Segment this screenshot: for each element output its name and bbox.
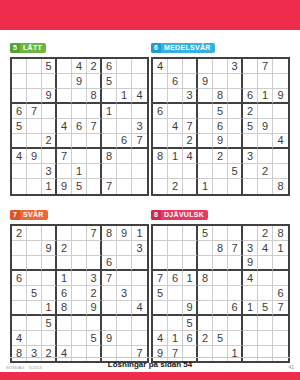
sudoku-cell-r5c1[interactable]: 5 — [153, 286, 168, 301]
sudoku-cell-r2c8[interactable] — [117, 241, 132, 256]
sudoku-cell-r8c8[interactable] — [117, 331, 132, 346]
sudoku-cell-r6c6[interactable]: 6 — [228, 301, 243, 316]
sudoku-cell-r9c2[interactable]: 3 — [27, 346, 42, 361]
sudoku-cell-r7c2[interactable] — [168, 316, 183, 331]
sudoku-cell-r5c4[interactable]: 4 — [57, 119, 72, 134]
sudoku-cell-r9c5[interactable] — [213, 179, 228, 194]
sudoku-cell-r1c2[interactable] — [168, 59, 183, 74]
sudoku-cell-r1c1[interactable] — [153, 226, 168, 241]
sudoku-cell-r4c8[interactable] — [258, 271, 273, 286]
sudoku-cell-r1c6[interactable] — [228, 226, 243, 241]
sudoku-cell-r6c8[interactable] — [258, 134, 273, 149]
sudoku-cell-r8c1[interactable] — [153, 164, 168, 179]
sudoku-cell-r2c9[interactable]: 3 — [132, 241, 147, 256]
sudoku-cell-r4c1[interactable]: 6 — [12, 104, 27, 119]
sudoku-cell-r3c9[interactable] — [273, 256, 288, 271]
sudoku-cell-r3c4[interactable] — [198, 89, 213, 104]
sudoku-cell-r2c2[interactable] — [168, 241, 183, 256]
sudoku-cell-r1c4[interactable] — [57, 226, 72, 241]
sudoku-cell-r5c7[interactable] — [243, 286, 258, 301]
sudoku-cell-r5c3[interactable]: 7 — [183, 119, 198, 134]
sudoku-cell-r6c2[interactable] — [168, 301, 183, 316]
sudoku-cell-r9c1[interactable]: 8 — [12, 346, 27, 361]
sudoku-cell-r8c5[interactable]: 1 — [72, 164, 87, 179]
sudoku-cell-r8c6[interactable] — [228, 331, 243, 346]
sudoku-cell-r4c6[interactable] — [228, 104, 243, 119]
sudoku-cell-r4c1[interactable]: 7 — [153, 271, 168, 286]
sudoku-cell-r7c1[interactable] — [12, 316, 27, 331]
sudoku-cell-r6c4[interactable] — [57, 134, 72, 149]
sudoku-cell-r6c1[interactable] — [153, 301, 168, 316]
sudoku-cell-r1c9[interactable]: 1 — [132, 226, 147, 241]
sudoku-cell-r4c9[interactable] — [132, 104, 147, 119]
sudoku-cell-r7c2[interactable]: 9 — [27, 149, 42, 164]
sudoku-cell-r6c9[interactable]: 7 — [273, 301, 288, 316]
sudoku-cell-r3c9[interactable]: 4 — [132, 89, 147, 104]
sudoku-cell-r6c9[interactable]: 4 — [132, 301, 147, 316]
sudoku-cell-r5c3[interactable] — [42, 119, 57, 134]
sudoku-cell-r5c7[interactable] — [102, 286, 117, 301]
sudoku-cell-r4c4[interactable]: 1 — [57, 271, 72, 286]
sudoku-cell-r5c1[interactable] — [153, 119, 168, 134]
sudoku-cell-r2c5[interactable]: 9 — [72, 74, 87, 89]
sudoku-cell-r5c9[interactable]: 6 — [273, 286, 288, 301]
sudoku-cell-r1c9[interactable] — [132, 59, 147, 74]
sudoku-cell-r7c6[interactable] — [87, 149, 102, 164]
sudoku-cell-r5c6[interactable]: 2 — [87, 286, 102, 301]
sudoku-cell-r5c1[interactable] — [12, 286, 27, 301]
sudoku-cell-r4c9[interactable] — [273, 104, 288, 119]
sudoku-cell-r4c2[interactable]: 6 — [168, 271, 183, 286]
sudoku-cell-r6c5[interactable] — [213, 301, 228, 316]
sudoku-cell-r4c3[interactable] — [183, 104, 198, 119]
sudoku-cell-r7c1[interactable]: 8 — [153, 149, 168, 164]
sudoku-cell-r6c4[interactable] — [198, 134, 213, 149]
sudoku-cell-r6c5[interactable] — [72, 301, 87, 316]
sudoku-cell-r2c8[interactable]: 4 — [258, 241, 273, 256]
sudoku-cell-r7c1[interactable]: 4 — [12, 149, 27, 164]
sudoku-cell-r8c1[interactable]: 4 — [153, 331, 168, 346]
sudoku-cell-r3c2[interactable] — [27, 256, 42, 271]
sudoku-cell-r8c3[interactable] — [183, 164, 198, 179]
sudoku-cell-r5c3[interactable] — [183, 286, 198, 301]
sudoku-cell-r8c3[interactable]: 3 — [42, 164, 57, 179]
sudoku-cell-r9c1[interactable] — [12, 179, 27, 194]
sudoku-cell-r8c9[interactable] — [273, 164, 288, 179]
sudoku-cell-r1c2[interactable] — [27, 226, 42, 241]
sudoku-cell-r8c2[interactable] — [168, 164, 183, 179]
sudoku-cell-r8c5[interactable] — [72, 331, 87, 346]
sudoku-cell-r3c1[interactable] — [12, 89, 27, 104]
sudoku-cell-r8c8[interactable] — [117, 164, 132, 179]
sudoku-cell-r2c6[interactable]: 7 — [228, 241, 243, 256]
sudoku-cell-r9c8[interactable] — [117, 346, 132, 361]
sudoku-cell-r2c4[interactable] — [57, 74, 72, 89]
sudoku-cell-r2c3[interactable] — [42, 74, 57, 89]
sudoku-cell-r6c6[interactable] — [228, 134, 243, 149]
sudoku-cell-r7c4[interactable]: 7 — [57, 149, 72, 164]
sudoku-cell-r6c2[interactable] — [168, 134, 183, 149]
sudoku-cell-r1c8[interactable]: 9 — [117, 226, 132, 241]
sudoku-cell-r3c3[interactable]: 9 — [42, 89, 57, 104]
sudoku-cell-r3c4[interactable] — [57, 256, 72, 271]
sudoku-cell-r5c5[interactable]: 6 — [72, 119, 87, 134]
sudoku-cell-r1c7[interactable] — [243, 226, 258, 241]
sudoku-cell-r6c3[interactable]: 2 — [42, 134, 57, 149]
sudoku-cell-r9c8[interactable] — [117, 179, 132, 194]
sudoku-cell-r5c1[interactable]: 5 — [12, 119, 27, 134]
sudoku-cell-r4c8[interactable] — [117, 104, 132, 119]
sudoku-cell-r3c8[interactable] — [258, 256, 273, 271]
sudoku-cell-r2c1[interactable] — [153, 241, 168, 256]
sudoku-cell-r8c5[interactable] — [213, 164, 228, 179]
sudoku-cell-r1c5[interactable]: 4 — [72, 59, 87, 74]
sudoku-cell-r5c2[interactable]: 5 — [27, 286, 42, 301]
sudoku-cell-r7c5[interactable] — [72, 316, 87, 331]
sudoku-cell-r7c7[interactable]: 8 — [102, 149, 117, 164]
sudoku-cell-r2c2[interactable]: 6 — [168, 74, 183, 89]
sudoku-cell-r3c5[interactable] — [72, 256, 87, 271]
sudoku-cell-r9c4[interactable]: 1 — [198, 179, 213, 194]
sudoku-cell-r9c9[interactable] — [132, 179, 147, 194]
sudoku-cell-r1c5[interactable] — [72, 226, 87, 241]
sudoku-cell-r9c5[interactable] — [72, 346, 87, 361]
sudoku-cell-r5c8[interactable]: 3 — [117, 286, 132, 301]
sudoku-cell-r6c6[interactable] — [87, 134, 102, 149]
sudoku-cell-r4c2[interactable]: 7 — [27, 104, 42, 119]
sudoku-cell-r4c3[interactable]: 1 — [183, 271, 198, 286]
sudoku-cell-r1c7[interactable] — [243, 59, 258, 74]
sudoku-cell-r5c5[interactable] — [213, 286, 228, 301]
sudoku-cell-r5c6[interactable] — [228, 119, 243, 134]
sudoku-cell-r9c2[interactable] — [27, 179, 42, 194]
sudoku-cell-r1c3[interactable]: 5 — [42, 59, 57, 74]
sudoku-cell-r3c1[interactable] — [153, 89, 168, 104]
sudoku-cell-r8c4[interactable] — [57, 164, 72, 179]
sudoku-cell-r2c2[interactable] — [27, 74, 42, 89]
sudoku-cell-r3c6[interactable]: 8 — [87, 89, 102, 104]
sudoku-cell-r7c8[interactable] — [117, 316, 132, 331]
sudoku-cell-r2c3[interactable] — [183, 241, 198, 256]
sudoku-cell-r9c7[interactable]: 7 — [102, 179, 117, 194]
sudoku-cell-r2c4[interactable]: 2 — [57, 241, 72, 256]
sudoku-cell-r3c2[interactable] — [168, 89, 183, 104]
sudoku-cell-r4c8[interactable] — [117, 271, 132, 286]
sudoku-cell-r7c3[interactable]: 4 — [183, 149, 198, 164]
sudoku-cell-r8c4[interactable] — [57, 331, 72, 346]
sudoku-cell-r7c5[interactable]: 2 — [213, 149, 228, 164]
sudoku-cell-r1c2[interactable] — [168, 226, 183, 241]
sudoku-cell-r5c2[interactable] — [168, 286, 183, 301]
sudoku-cell-r8c3[interactable]: 6 — [183, 331, 198, 346]
sudoku-cell-r6c4[interactable]: 8 — [57, 301, 72, 316]
sudoku-cell-r5c9[interactable]: 3 — [132, 119, 147, 134]
sudoku-cell-r6c4[interactable] — [198, 301, 213, 316]
sudoku-cell-r8c9[interactable] — [132, 331, 147, 346]
sudoku-cell-r4c1[interactable]: 6 — [153, 104, 168, 119]
sudoku-cell-r9c9[interactable] — [273, 346, 288, 361]
sudoku-cell-r1c6[interactable]: 3 — [228, 59, 243, 74]
sudoku-cell-r4c9[interactable] — [132, 271, 147, 286]
sudoku-cell-r6c5[interactable] — [72, 134, 87, 149]
sudoku-cell-r9c3[interactable] — [183, 346, 198, 361]
sudoku-cell-r4c4[interactable] — [198, 104, 213, 119]
sudoku-cell-r3c3[interactable]: 3 — [183, 89, 198, 104]
sudoku-cell-r8c7[interactable] — [102, 164, 117, 179]
sudoku-cell-r9c4[interactable]: 4 — [57, 346, 72, 361]
sudoku-cell-r2c5[interactable] — [72, 241, 87, 256]
sudoku-cell-r7c8[interactable] — [258, 316, 273, 331]
sudoku-cell-r3c7[interactable]: 9 — [243, 256, 258, 271]
sudoku-cell-r9c4[interactable]: 9 — [57, 179, 72, 194]
sudoku-cell-r2c9[interactable]: 1 — [273, 241, 288, 256]
sudoku-cell-r7c7[interactable]: 3 — [243, 149, 258, 164]
sudoku-cell-r2c9[interactable] — [273, 74, 288, 89]
sudoku-cell-r5c4[interactable] — [198, 286, 213, 301]
sudoku-cell-r4c3[interactable] — [42, 271, 57, 286]
sudoku-cell-r3c5[interactable]: 8 — [213, 89, 228, 104]
sudoku-cell-r3c4[interactable] — [57, 89, 72, 104]
sudoku-cell-r3c2[interactable] — [168, 256, 183, 271]
sudoku-cell-r7c6[interactable] — [228, 149, 243, 164]
sudoku-cell-r5c5[interactable] — [72, 286, 87, 301]
sudoku-cell-r7c8[interactable] — [258, 149, 273, 164]
sudoku-cell-r5c7[interactable]: 5 — [243, 119, 258, 134]
sudoku-cell-r9c9[interactable]: 8 — [273, 179, 288, 194]
sudoku-cell-r4c4[interactable] — [57, 104, 72, 119]
sudoku-cell-r1c1[interactable]: 4 — [153, 59, 168, 74]
sudoku-cell-r1c5[interactable] — [213, 59, 228, 74]
sudoku-cell-r3c7[interactable] — [102, 89, 117, 104]
sudoku-cell-r5c5[interactable]: 6 — [213, 119, 228, 134]
sudoku-cell-r6c3[interactable]: 9 — [183, 301, 198, 316]
sudoku-cell-r5c2[interactable]: 4 — [168, 119, 183, 134]
sudoku-cell-r3c5[interactable] — [72, 89, 87, 104]
sudoku-cell-r6c7[interactable]: 1 — [243, 301, 258, 316]
sudoku-cell-r9c3[interactable]: 1 — [42, 179, 57, 194]
sudoku-cell-r1c3[interactable] — [183, 226, 198, 241]
sudoku-cell-r9c1[interactable]: 9 — [153, 346, 168, 361]
sudoku-cell-r4c5[interactable] — [213, 271, 228, 286]
sudoku-cell-r9c6[interactable] — [87, 346, 102, 361]
sudoku-cell-r5c4[interactable] — [198, 119, 213, 134]
sudoku-cell-r8c1[interactable] — [12, 164, 27, 179]
sudoku-cell-r1c4[interactable]: 5 — [198, 226, 213, 241]
sudoku-cell-r6c8[interactable]: 6 — [117, 134, 132, 149]
sudoku-cell-r8c6[interactable] — [87, 164, 102, 179]
sudoku-cell-r3c4[interactable] — [198, 256, 213, 271]
sudoku-cell-r7c6[interactable] — [87, 316, 102, 331]
sudoku-cell-r7c7[interactable] — [243, 316, 258, 331]
sudoku-cell-r8c9[interactable] — [273, 331, 288, 346]
sudoku-cell-r6c8[interactable] — [117, 301, 132, 316]
sudoku-cell-r9c6[interactable]: 1 — [228, 346, 243, 361]
sudoku-cell-r3c9[interactable] — [132, 256, 147, 271]
sudoku-cell-r4c3[interactable] — [42, 104, 57, 119]
sudoku-cell-r6c2[interactable] — [27, 301, 42, 316]
sudoku-cell-r5c8[interactable] — [117, 119, 132, 134]
sudoku-cell-r8c7[interactable] — [243, 331, 258, 346]
sudoku-cell-r5c8[interactable]: 9 — [258, 119, 273, 134]
sudoku-cell-r7c1[interactable] — [153, 316, 168, 331]
sudoku-cell-r4c5[interactable] — [72, 104, 87, 119]
sudoku-cell-r5c4[interactable]: 6 — [57, 286, 72, 301]
sudoku-cell-r2c2[interactable] — [27, 241, 42, 256]
sudoku-cell-r8c3[interactable] — [42, 331, 57, 346]
sudoku-cell-r4c8[interactable] — [258, 104, 273, 119]
sudoku-cell-r4c5[interactable] — [72, 271, 87, 286]
sudoku-cell-r2c9[interactable] — [132, 74, 147, 89]
sudoku-cell-r2c1[interactable] — [12, 74, 27, 89]
sudoku-cell-r6c3[interactable]: 1 — [42, 301, 57, 316]
sudoku-cell-r3c1[interactable] — [12, 256, 27, 271]
sudoku-cell-r4c9[interactable] — [273, 271, 288, 286]
sudoku-cell-r8c4[interactable] — [198, 164, 213, 179]
sudoku-cell-r1c8[interactable]: 7 — [258, 59, 273, 74]
sudoku-cell-r4c2[interactable] — [27, 271, 42, 286]
sudoku-cell-r7c9[interactable] — [132, 149, 147, 164]
sudoku-cell-r2c8[interactable] — [258, 74, 273, 89]
sudoku-cell-r7c4[interactable] — [198, 149, 213, 164]
sudoku-cell-r9c5[interactable]: 5 — [72, 179, 87, 194]
sudoku-cell-r3c7[interactable]: 6 — [102, 256, 117, 271]
sudoku-cell-r3c6[interactable] — [228, 256, 243, 271]
sudoku-cell-r9c2[interactable]: 2 — [168, 179, 183, 194]
sudoku-cell-r7c2[interactable]: 1 — [168, 149, 183, 164]
sudoku-cell-r9c6[interactable] — [87, 179, 102, 194]
sudoku-cell-r1c9[interactable] — [273, 59, 288, 74]
sudoku-cell-r7c4[interactable] — [198, 316, 213, 331]
sudoku-cell-r7c3[interactable] — [42, 149, 57, 164]
sudoku-cell-r4c7[interactable]: 4 — [243, 271, 258, 286]
sudoku-cell-r2c6[interactable] — [87, 241, 102, 256]
sudoku-cell-r5c2[interactable] — [27, 119, 42, 134]
sudoku-cell-r8c2[interactable] — [27, 331, 42, 346]
sudoku-cell-r1c3[interactable] — [183, 59, 198, 74]
sudoku-cell-r6c1[interactable] — [153, 134, 168, 149]
sudoku-cell-r1c4[interactable] — [57, 59, 72, 74]
sudoku-cell-r4c2[interactable] — [168, 104, 183, 119]
sudoku-cell-r9c4[interactable] — [198, 346, 213, 361]
sudoku-cell-r4c4[interactable]: 8 — [198, 271, 213, 286]
sudoku-cell-r3c3[interactable] — [183, 256, 198, 271]
sudoku-cell-r7c9[interactable] — [273, 149, 288, 164]
sudoku-cell-r8c8[interactable]: 2 — [258, 164, 273, 179]
sudoku-cell-r9c6[interactable] — [228, 179, 243, 194]
sudoku-cell-r7c5[interactable] — [72, 149, 87, 164]
sudoku-cell-r9c3[interactable]: 2 — [42, 346, 57, 361]
sudoku-cell-r1c9[interactable]: 8 — [273, 226, 288, 241]
sudoku-cell-r2c8[interactable] — [117, 74, 132, 89]
sudoku-cell-r4c7[interactable]: 7 — [102, 271, 117, 286]
sudoku-cell-r6c7[interactable] — [243, 134, 258, 149]
sudoku-cell-r2c7[interactable] — [102, 241, 117, 256]
sudoku-cell-r2c7[interactable]: 5 — [102, 74, 117, 89]
sudoku-cell-r5c9[interactable] — [273, 119, 288, 134]
sudoku-cell-r1c7[interactable]: 8 — [102, 226, 117, 241]
sudoku-cell-r8c7[interactable] — [243, 164, 258, 179]
sudoku-cell-r6c1[interactable] — [12, 301, 27, 316]
sudoku-cell-r3c6[interactable] — [87, 256, 102, 271]
sudoku-cell-r2c5[interactable] — [213, 74, 228, 89]
sudoku-cell-r4c5[interactable]: 5 — [213, 104, 228, 119]
sudoku-cell-r2c4[interactable] — [198, 241, 213, 256]
sudoku-cell-r3c5[interactable] — [213, 256, 228, 271]
sudoku-cell-r1c6[interactable]: 2 — [87, 59, 102, 74]
sudoku-cell-r7c4[interactable] — [57, 316, 72, 331]
sudoku-cell-r6c6[interactable]: 9 — [87, 301, 102, 316]
sudoku-cell-r3c8[interactable]: 1 — [117, 89, 132, 104]
sudoku-cell-r9c2[interactable]: 7 — [168, 346, 183, 361]
sudoku-cell-r8c4[interactable]: 2 — [198, 331, 213, 346]
sudoku-cell-r6c5[interactable]: 9 — [213, 134, 228, 149]
sudoku-cell-r2c6[interactable] — [87, 74, 102, 89]
sudoku-cell-r6c1[interactable] — [12, 134, 27, 149]
sudoku-cell-r4c1[interactable]: 6 — [12, 271, 27, 286]
sudoku-cell-r2c6[interactable] — [228, 74, 243, 89]
sudoku-cell-r7c9[interactable] — [273, 316, 288, 331]
sudoku-cell-r4c6[interactable] — [87, 104, 102, 119]
sudoku-cell-r2c1[interactable] — [153, 74, 168, 89]
sudoku-cell-r6c3[interactable]: 2 — [183, 134, 198, 149]
sudoku-cell-r4c6[interactable]: 3 — [87, 271, 102, 286]
sudoku-cell-r3c1[interactable] — [153, 256, 168, 271]
sudoku-cell-r9c3[interactable] — [183, 179, 198, 194]
sudoku-cell-r4c6[interactable] — [228, 271, 243, 286]
sudoku-cell-r7c2[interactable] — [27, 316, 42, 331]
sudoku-cell-r9c7[interactable] — [243, 179, 258, 194]
sudoku-cell-r9c1[interactable] — [153, 179, 168, 194]
sudoku-cell-r7c3[interactable]: 5 — [42, 316, 57, 331]
sudoku-cell-r7c6[interactable] — [228, 316, 243, 331]
sudoku-cell-r7c3[interactable]: 5 — [183, 316, 198, 331]
sudoku-cell-r7c5[interactable] — [213, 316, 228, 331]
sudoku-cell-r1c5[interactable] — [213, 226, 228, 241]
sudoku-cell-r3c9[interactable]: 9 — [273, 89, 288, 104]
sudoku-cell-r5c6[interactable]: 7 — [87, 119, 102, 134]
sudoku-cell-r5c3[interactable] — [42, 286, 57, 301]
sudoku-cell-r2c7[interactable] — [243, 74, 258, 89]
sudoku-cell-r1c8[interactable]: 2 — [258, 226, 273, 241]
sudoku-cell-r9c5[interactable] — [213, 346, 228, 361]
sudoku-cell-r8c2[interactable]: 1 — [168, 331, 183, 346]
sudoku-cell-r1c1[interactable] — [12, 59, 27, 74]
sudoku-cell-r7c7[interactable] — [102, 316, 117, 331]
sudoku-cell-r8c7[interactable]: 9 — [102, 331, 117, 346]
sudoku-cell-r8c2[interactable] — [27, 164, 42, 179]
sudoku-cell-r1c4[interactable] — [198, 59, 213, 74]
sudoku-cell-r7c9[interactable] — [132, 316, 147, 331]
sudoku-cell-r7c8[interactable] — [117, 149, 132, 164]
sudoku-cell-r3c7[interactable]: 6 — [243, 89, 258, 104]
sudoku-cell-r2c7[interactable]: 3 — [243, 241, 258, 256]
sudoku-cell-r1c8[interactable] — [117, 59, 132, 74]
sudoku-cell-r6c8[interactable]: 5 — [258, 301, 273, 316]
sudoku-cell-r8c1[interactable]: 4 — [12, 331, 27, 346]
sudoku-cell-r6c9[interactable]: 7 — [132, 134, 147, 149]
sudoku-cell-r2c3[interactable] — [183, 74, 198, 89]
sudoku-cell-r8c8[interactable] — [258, 331, 273, 346]
sudoku-cell-r9c8[interactable] — [258, 346, 273, 361]
sudoku-cell-r2c3[interactable]: 9 — [42, 241, 57, 256]
sudoku-cell-r9c8[interactable] — [258, 179, 273, 194]
sudoku-cell-r5c9[interactable] — [132, 286, 147, 301]
sudoku-cell-r9c7[interactable] — [243, 346, 258, 361]
sudoku-cell-r5c7[interactable] — [102, 119, 117, 134]
sudoku-cell-r3c8[interactable]: 1 — [258, 89, 273, 104]
sudoku-cell-r1c3[interactable] — [42, 226, 57, 241]
sudoku-cell-r6c2[interactable] — [27, 134, 42, 149]
